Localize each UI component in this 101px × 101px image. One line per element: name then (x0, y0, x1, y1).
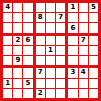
box-2: 87 (36, 3, 66, 33)
cell-r6c6[interactable] (56, 56, 65, 65)
cell-r4c8: 7 (79, 36, 88, 45)
cell-r4c7[interactable] (68, 36, 77, 45)
cell-r5c6[interactable] (56, 46, 65, 55)
cell-r8c6[interactable] (56, 79, 65, 88)
cell-r7c5[interactable] (46, 68, 55, 77)
cell-r9c5[interactable] (46, 89, 55, 98)
box-1: 4 (3, 3, 33, 33)
cell-r9c9[interactable] (89, 89, 98, 98)
cell-r9c3[interactable] (23, 89, 32, 98)
cell-r1c4[interactable] (36, 3, 45, 12)
cell-r2c8[interactable] (79, 13, 88, 22)
cell-r6c3[interactable] (23, 56, 32, 65)
box-6: 7 (68, 36, 98, 66)
cell-r1c8[interactable] (79, 3, 88, 12)
box-9: 34 (68, 68, 98, 98)
cell-r8c9[interactable] (89, 79, 98, 88)
cell-r4c2: 2 (13, 36, 22, 45)
cell-r7c3[interactable] (23, 68, 32, 77)
cell-r4c4[interactable] (36, 36, 45, 45)
cell-r4c6[interactable] (56, 36, 65, 45)
cell-r7c1[interactable] (3, 68, 12, 77)
cell-r5c7[interactable] (68, 46, 77, 55)
sudoku-board: 48715626917157234 (0, 0, 101, 101)
cell-r8c2[interactable] (13, 79, 22, 88)
cell-r5c9[interactable] (89, 46, 98, 55)
cell-r2c6: 7 (56, 13, 65, 22)
cell-r2c3[interactable] (23, 13, 32, 22)
cell-r3c2[interactable] (13, 23, 22, 32)
cell-r8c7[interactable] (68, 79, 77, 88)
cell-r8c1: 1 (3, 79, 12, 88)
cell-r2c2[interactable] (13, 13, 22, 22)
cell-r1c9: 5 (89, 3, 98, 12)
cell-r9c8[interactable] (79, 89, 88, 98)
cell-r5c4[interactable] (36, 46, 45, 55)
cell-r6c9[interactable] (89, 56, 98, 65)
cell-r9c2[interactable] (13, 89, 22, 98)
box-4: 269 (3, 36, 33, 66)
cell-r3c7: 6 (68, 23, 77, 32)
cell-r6c7[interactable] (68, 56, 77, 65)
cell-r5c2[interactable] (13, 46, 22, 55)
cell-r7c4: 7 (36, 68, 45, 77)
box-8: 72 (36, 68, 66, 98)
cell-r2c4: 8 (36, 13, 45, 22)
box-7: 15 (3, 68, 33, 98)
cell-r3c4[interactable] (36, 23, 45, 32)
cell-r3c8[interactable] (79, 23, 88, 32)
cell-r1c1: 4 (3, 3, 12, 12)
box-3: 156 (68, 3, 98, 33)
cell-r2c9[interactable] (89, 13, 98, 22)
cell-r6c2: 9 (13, 56, 22, 65)
cell-r3c5[interactable] (46, 23, 55, 32)
cell-r5c1[interactable] (3, 46, 12, 55)
cell-r1c6[interactable] (56, 3, 65, 12)
cell-r1c2[interactable] (13, 3, 22, 12)
cell-r4c1[interactable] (3, 36, 12, 45)
cell-r5c5: 1 (46, 46, 55, 55)
cell-r3c6[interactable] (56, 23, 65, 32)
cell-r6c1[interactable] (3, 56, 12, 65)
cell-r1c3[interactable] (23, 3, 32, 12)
cell-r6c5[interactable] (46, 56, 55, 65)
cell-r7c8: 4 (79, 68, 88, 77)
cell-r1c5[interactable] (46, 3, 55, 12)
cell-r6c4[interactable] (36, 56, 45, 65)
cell-r2c1[interactable] (3, 13, 12, 22)
cell-r9c4: 2 (36, 89, 45, 98)
cell-r3c3[interactable] (23, 23, 32, 32)
cell-r2c7[interactable] (68, 13, 77, 22)
cell-r9c6[interactable] (56, 89, 65, 98)
cell-r3c9[interactable] (89, 23, 98, 32)
box-5: 1 (36, 36, 66, 66)
cell-r7c2[interactable] (13, 68, 22, 77)
cell-r8c5[interactable] (46, 79, 55, 88)
cell-r4c5[interactable] (46, 36, 55, 45)
cell-r3c1[interactable] (3, 23, 12, 32)
cell-r8c4[interactable] (36, 79, 45, 88)
cell-r5c8[interactable] (79, 46, 88, 55)
cell-r9c7[interactable] (68, 89, 77, 98)
cell-r5c3[interactable] (23, 46, 32, 55)
cell-r6c8[interactable] (79, 56, 88, 65)
cell-r7c6[interactable] (56, 68, 65, 77)
cell-r9c1[interactable] (3, 89, 12, 98)
cell-r7c9[interactable] (89, 68, 98, 77)
cell-r8c3: 5 (23, 79, 32, 88)
cell-r1c7: 1 (68, 3, 77, 12)
cell-r4c9[interactable] (89, 36, 98, 45)
cell-r7c7: 3 (68, 68, 77, 77)
cell-r8c8[interactable] (79, 79, 88, 88)
cell-r2c5[interactable] (46, 13, 55, 22)
cell-r4c3: 6 (23, 36, 32, 45)
